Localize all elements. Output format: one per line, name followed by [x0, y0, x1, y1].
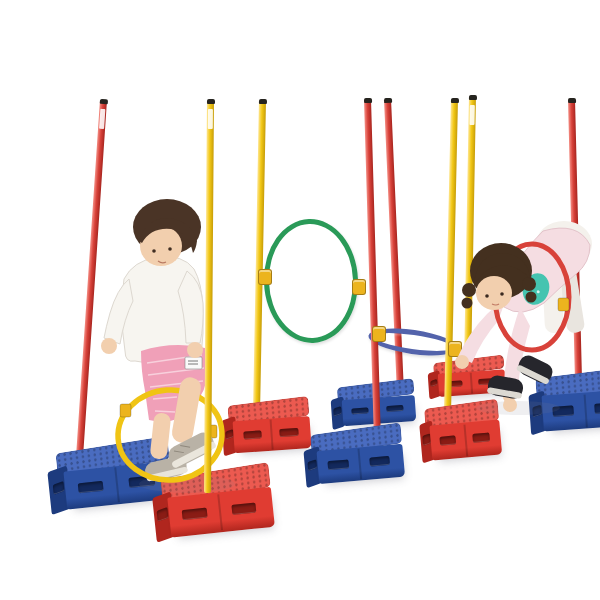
base-handle-slot [351, 407, 369, 415]
hoop-green [262, 217, 360, 344]
hoop-clip [258, 269, 272, 285]
photo-caption: Product photo: two toddlers playing on a… [40, 16, 41, 17]
boy-eye [152, 249, 156, 253]
girl-pigtail-left [462, 283, 476, 297]
pole-red-4 [364, 99, 381, 441]
base-seam [358, 448, 363, 479]
base-handle-slot [182, 507, 208, 520]
base-handle-slot [386, 405, 404, 413]
base-seam [270, 420, 274, 450]
base-top-face [337, 378, 415, 404]
base-handle-slot [243, 430, 262, 440]
base-end-face [47, 465, 71, 515]
girl-eye [485, 294, 489, 298]
pole-cap [567, 98, 575, 103]
girl-pigtail-left-tip [462, 298, 473, 309]
base-handle-slot [280, 428, 299, 438]
girl-left-hand [455, 355, 469, 369]
base-handle-slot [231, 502, 257, 515]
pole-cap [363, 98, 371, 103]
base-end-slot [423, 434, 431, 446]
child-boy-stepping-through-yellow-hoop [75, 191, 235, 501]
base-end-slot [430, 379, 437, 387]
base-end-slot [307, 459, 317, 471]
hoop-clip [372, 326, 386, 342]
pole-cap [468, 95, 476, 100]
base-top-face [310, 422, 402, 455]
pole-label [99, 109, 105, 129]
base-end-slot [52, 480, 64, 494]
girl-right-hand [503, 398, 517, 412]
base-handle-slot [369, 456, 390, 466]
pole-cap [206, 99, 214, 104]
pole-cap [383, 98, 391, 103]
base-handle-slot [328, 459, 349, 469]
base-end-face [419, 420, 435, 463]
base-front-face [316, 443, 405, 484]
pole-label [207, 109, 212, 129]
pole-yellow-3 [253, 100, 266, 414]
pole-label [469, 105, 474, 125]
boy-right-hand [187, 342, 203, 358]
base-handle-slot [439, 436, 456, 446]
base-end-face [303, 445, 322, 488]
child-girl-crawling-through-red-hoop [440, 211, 600, 421]
hoop-clip [558, 298, 569, 311]
base-blue-center-front [302, 425, 405, 485]
pole-cap [99, 99, 107, 105]
obstacle-course-product-photo: Product photo: two toddlers playing on a… [40, 16, 600, 600]
boy-left-hand [101, 338, 117, 354]
girl-eye [500, 292, 504, 296]
pole-cap [258, 99, 266, 104]
girl-pigtail-right-tip [526, 292, 537, 303]
boy-eye [168, 247, 172, 251]
base-seam [463, 424, 468, 456]
base-end-slot [157, 507, 169, 522]
base-front-face [233, 416, 312, 453]
girl-pigtail-right [522, 277, 536, 291]
pole-red-5 [384, 99, 404, 393]
hoop-clip [120, 404, 131, 417]
base-end-slot [334, 406, 342, 416]
boy-shorts-tag [185, 357, 202, 369]
base-top-face [228, 396, 310, 426]
base-seam [377, 398, 381, 422]
base-handle-slot [472, 433, 489, 443]
pole-cap [450, 98, 458, 103]
girl-ground-shadow [476, 401, 560, 415]
base-front-face [342, 395, 417, 426]
hoop-clip [352, 279, 366, 295]
base-front-face [430, 420, 502, 460]
base-end-face [331, 396, 346, 430]
base-blue-center-back [330, 380, 417, 427]
